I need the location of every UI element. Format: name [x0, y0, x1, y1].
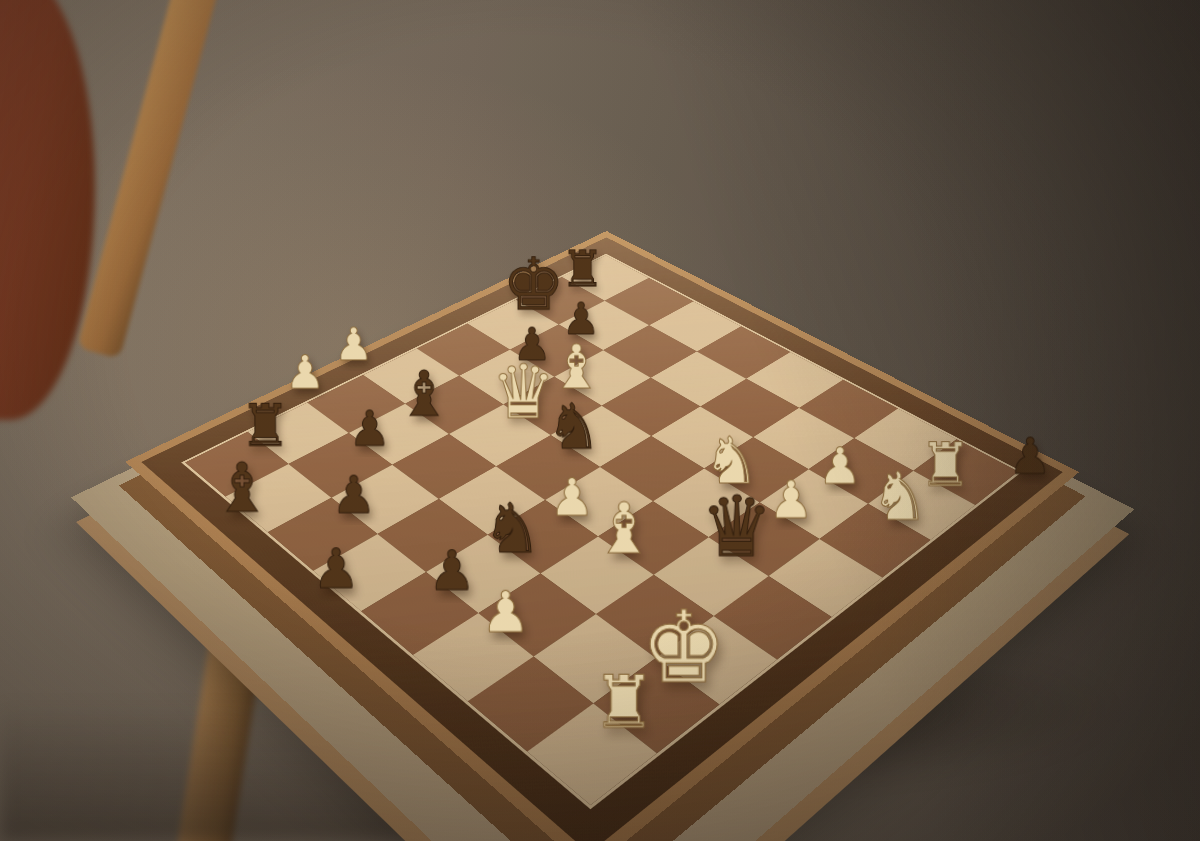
piece-white-pawn-b2: ♟: [818, 441, 862, 491]
piece-black-pawn-h5: ♟: [312, 542, 360, 597]
piece-black-bishop-e7: ♝: [397, 363, 451, 426]
piece-black-rook-a8: ♜: [561, 243, 604, 293]
piece-white-bishop-e3: ♝: [594, 494, 655, 565]
piece-black-pawn-g6: ♟: [332, 469, 377, 521]
piece-black-pawn-f7: ♟: [349, 405, 391, 454]
chess-table-photo: ♜♜♚♟♟♞♟♝♞♟♛♞♛♝♟♝♟♞♚♜♟♟♟♜♝♟ ♟♟♟: [0, 0, 1200, 841]
piece-white-rook-g1: ♜: [593, 665, 656, 738]
piece-white-pawn-c2: ♟: [769, 474, 814, 526]
piece-white-pawn-e4: ♟: [550, 472, 595, 524]
piece-black-queen-d2: ♛: [700, 485, 773, 569]
piece-black-king-b8: ♚: [502, 248, 564, 320]
piece-black-pawn-g4: ♟: [428, 543, 476, 598]
piece-black-knight-d5: ♞: [547, 396, 601, 459]
piece-white-knight-b1: ♞: [871, 463, 929, 530]
piece-black-rook-g8: ♜: [240, 396, 291, 455]
board-scene: ♜♜♚♟♟♞♟♝♞♟♛♞♛♝♟♝♟♞♚♜♟♟♟♜♝♟ ♟♟♟: [0, 0, 1200, 841]
piece-white-bishop-c6: ♝: [550, 337, 603, 398]
captured-white-pawn-glyph: ♟: [334, 322, 373, 367]
captured-white-pawn-glyph: ♟: [285, 349, 325, 395]
piece-black-bishop-h7: ♝: [212, 455, 271, 523]
captured-black-pawn-glyph: ♟: [1009, 432, 1052, 482]
chess-board: ♜♜♚♟♟♞♟♝♞♟♛♞♛♝♟♝♟♞♚♜♟♟♟♜♝♟ ♟♟♟: [125, 231, 1079, 841]
piece-white-pawn-g3: ♟: [482, 584, 531, 641]
piece-black-knight-f4: ♞: [482, 494, 541, 562]
